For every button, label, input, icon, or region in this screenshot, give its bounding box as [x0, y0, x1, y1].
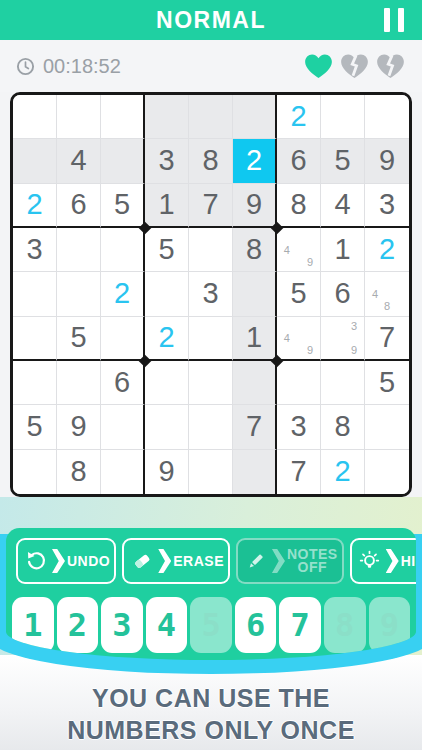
cell-r7c9[interactable]: 5	[365, 361, 409, 405]
cell-r3c3[interactable]: 5	[101, 184, 145, 228]
hint-button[interactable]: HINT 5	[350, 538, 416, 584]
cell-r5c1[interactable]	[13, 272, 57, 316]
cell-r4c7[interactable]: 49	[277, 228, 321, 272]
pencil-notes: 49	[278, 229, 319, 270]
cell-r4c4[interactable]: 5	[145, 228, 189, 272]
notes-label: NOTESOFF	[287, 548, 338, 574]
pencil-icon	[244, 550, 268, 572]
chevron-right-icon	[52, 549, 65, 573]
cell-r1c9[interactable]	[365, 95, 409, 139]
cell-r3c4[interactable]: 1	[145, 184, 189, 228]
cell-r1c7[interactable]: 2	[277, 95, 321, 139]
cell-r6c5[interactable]	[189, 317, 233, 361]
pencil-notes: 49	[278, 318, 319, 358]
cell-r3c6[interactable]: 9	[233, 184, 277, 228]
pause-icon	[398, 8, 404, 32]
timer-value: 00:18:52	[43, 55, 121, 78]
undo-button[interactable]: UNDO	[16, 538, 116, 584]
undo-icon	[24, 550, 48, 572]
cell-r7c2[interactable]	[57, 361, 101, 405]
cell-r5c9[interactable]: 48	[365, 272, 409, 316]
eraser-icon	[130, 550, 154, 572]
cell-r7c5[interactable]	[189, 361, 233, 405]
cell-r9c4[interactable]: 9	[145, 450, 189, 494]
numpad-6[interactable]: 6	[235, 597, 277, 653]
cell-r4c2[interactable]	[57, 228, 101, 272]
numpad-5[interactable]: 5	[190, 597, 232, 653]
cell-r9c2[interactable]: 8	[57, 450, 101, 494]
lives	[303, 52, 406, 80]
cell-r1c5[interactable]	[189, 95, 233, 139]
cell-r9c9[interactable]	[365, 450, 409, 494]
sudoku-app: NORMAL 00:18:52 2438265926	[0, 0, 422, 750]
cell-r8c4[interactable]	[145, 405, 189, 449]
cell-r3c7[interactable]: 8	[277, 184, 321, 228]
pause-icon	[384, 8, 390, 32]
cell-r7c7[interactable]	[277, 361, 321, 405]
cell-r1c3[interactable]	[101, 95, 145, 139]
cell-r6c6[interactable]: 1	[233, 317, 277, 361]
cell-r3c1[interactable]: 2	[13, 184, 57, 228]
cell-r2c8[interactable]: 5	[321, 139, 365, 183]
cell-r2c3[interactable]	[101, 139, 145, 183]
cell-r3c2[interactable]: 6	[57, 184, 101, 228]
cell-r2c9[interactable]: 9	[365, 139, 409, 183]
number-pad: 123456789	[12, 597, 410, 653]
cell-r6c1[interactable]	[13, 317, 57, 361]
cell-r8c7[interactable]: 3	[277, 405, 321, 449]
control-panel: UNDO ERASE	[6, 528, 416, 660]
cell-r7c8[interactable]	[321, 361, 365, 405]
footer-message-line2: NUMBERS ONLY ONCE	[0, 714, 422, 746]
cell-r8c5[interactable]	[189, 405, 233, 449]
chevron-right-icon	[386, 549, 399, 573]
cell-r9c5[interactable]	[189, 450, 233, 494]
numpad-4[interactable]: 4	[146, 597, 188, 653]
hint-label: HINT	[401, 555, 416, 568]
cell-r7c1[interactable]	[13, 361, 57, 405]
cell-r3c5[interactable]: 7	[189, 184, 233, 228]
cell-r9c1[interactable]	[13, 450, 57, 494]
cell-r4c6[interactable]: 8	[233, 228, 277, 272]
cell-r6c7[interactable]: 49	[277, 317, 321, 361]
cell-r4c5[interactable]	[189, 228, 233, 272]
cell-r9c3[interactable]	[101, 450, 145, 494]
pause-button[interactable]	[384, 8, 404, 32]
cell-r5c4[interactable]	[145, 272, 189, 316]
cell-r1c6[interactable]	[233, 95, 277, 139]
cell-r7c4[interactable]	[145, 361, 189, 405]
page-title: NORMAL	[156, 7, 266, 34]
pencil-notes: 39	[322, 318, 363, 358]
numpad-3[interactable]: 3	[101, 597, 143, 653]
cell-r8c6[interactable]: 7	[233, 405, 277, 449]
erase-button[interactable]: ERASE	[122, 538, 230, 584]
heart-broken-icon	[339, 52, 370, 80]
cell-r9c7[interactable]: 7	[277, 450, 321, 494]
cell-r4c3[interactable]	[101, 228, 145, 272]
numpad-7[interactable]: 7	[279, 597, 321, 653]
notes-toggle-button[interactable]: NOTESOFF	[236, 538, 344, 584]
cell-r4c9[interactable]: 2	[365, 228, 409, 272]
numpad-8[interactable]: 8	[324, 597, 366, 653]
cell-r5c8[interactable]: 6	[321, 272, 365, 316]
cell-r6c3[interactable]	[101, 317, 145, 361]
pencil-notes: 48	[366, 273, 408, 314]
cell-r6c9[interactable]: 7	[365, 317, 409, 361]
undo-label: UNDO	[67, 555, 110, 568]
chevron-right-icon	[158, 549, 171, 573]
cell-r8c1[interactable]: 5	[13, 405, 57, 449]
cell-r2c4[interactable]: 3	[145, 139, 189, 183]
cell-r6c8[interactable]: 39	[321, 317, 365, 361]
cell-r5c5[interactable]: 3	[189, 272, 233, 316]
cell-r5c7[interactable]: 5	[277, 272, 321, 316]
footer-message: YOU CAN USE THE NUMBERS ONLY ONCE	[0, 682, 422, 746]
sudoku-board: 2438265926517984335849122356485214939765…	[10, 92, 412, 497]
clock-icon	[16, 57, 35, 76]
cell-r6c4[interactable]: 2	[145, 317, 189, 361]
cell-r7c3[interactable]: 6	[101, 361, 145, 405]
cell-r2c5[interactable]: 8	[189, 139, 233, 183]
toolbar: UNDO ERASE	[16, 538, 406, 584]
cell-r1c8[interactable]	[321, 95, 365, 139]
cell-r5c2[interactable]	[57, 272, 101, 316]
cell-r2c6[interactable]: 2	[233, 139, 277, 183]
numpad-2[interactable]: 2	[57, 597, 99, 653]
cell-r8c9[interactable]	[365, 405, 409, 449]
cell-r1c2[interactable]	[57, 95, 101, 139]
cell-r5c6[interactable]	[233, 272, 277, 316]
cell-r5c3[interactable]: 2	[101, 272, 145, 316]
cell-r6c2[interactable]: 5	[57, 317, 101, 361]
cell-r9c6[interactable]	[233, 450, 277, 494]
sudoku-grid: 2438265926517984335849122356485214939765…	[13, 95, 409, 494]
heart-full-icon	[303, 52, 334, 80]
cell-r3c9[interactable]: 3	[365, 184, 409, 228]
status-bar: 00:18:52	[0, 40, 422, 92]
cell-r1c4[interactable]	[145, 95, 189, 139]
footer-message-line1: YOU CAN USE THE	[0, 682, 422, 714]
chevron-right-icon	[272, 549, 285, 573]
cell-r1c1[interactable]	[13, 95, 57, 139]
cell-r7c6[interactable]	[233, 361, 277, 405]
erase-label: ERASE	[173, 555, 224, 568]
lightbulb-icon	[358, 550, 382, 573]
cell-r4c1[interactable]: 3	[13, 228, 57, 272]
cell-r2c2[interactable]: 4	[57, 139, 101, 183]
top-bar: NORMAL	[0, 0, 422, 40]
cell-r3c8[interactable]: 4	[321, 184, 365, 228]
heart-broken-icon	[375, 52, 406, 80]
timer: 00:18:52	[16, 55, 121, 78]
cell-r2c1[interactable]	[13, 139, 57, 183]
cell-r8c8[interactable]: 8	[321, 405, 365, 449]
cell-r9c8[interactable]: 2	[321, 450, 365, 494]
cell-r8c2[interactable]: 9	[57, 405, 101, 449]
cell-r8c3[interactable]	[101, 405, 145, 449]
cell-r4c8[interactable]: 1	[321, 228, 365, 272]
cell-r2c7[interactable]: 6	[277, 139, 321, 183]
